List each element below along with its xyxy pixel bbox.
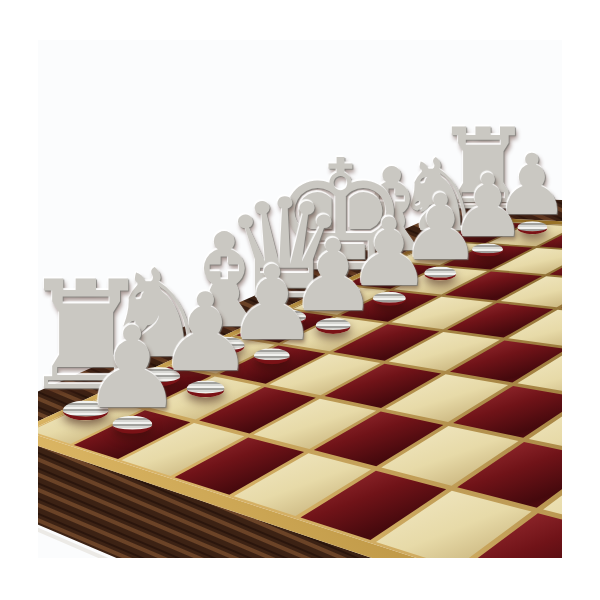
piece-pedestal	[187, 380, 225, 397]
photo-crop-right	[562, 0, 600, 600]
piece-pedestal	[316, 318, 351, 334]
chess-set-product-photo[interactable]: ♜♟♞♟♝♟♚♟♛♟♝♟♞♟♜♟	[0, 0, 600, 600]
piece-silver-pawn-a2[interactable]: ♟	[81, 314, 182, 433]
photo-crop-left	[0, 0, 38, 600]
photo-crop-top	[0, 0, 600, 40]
piece-pedestal	[254, 348, 290, 364]
pieces-layer: ♜♟♞♟♝♟♚♟♛♟♝♟♞♟♜♟	[0, 0, 600, 600]
pawn-glyph: ♟	[81, 314, 182, 421]
photo-crop-bottom	[0, 558, 600, 600]
